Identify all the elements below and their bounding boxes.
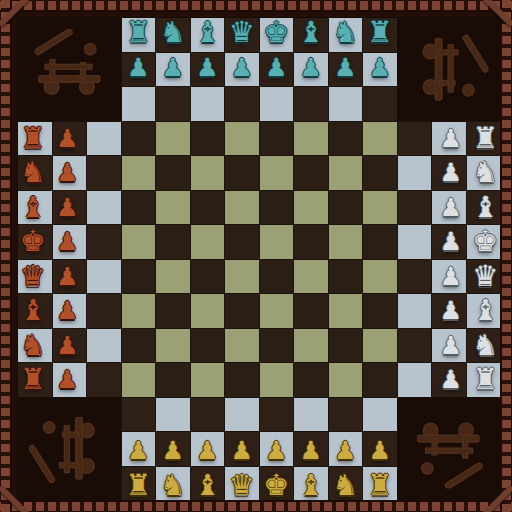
square-r8c0[interactable]: ♝ bbox=[18, 294, 52, 328]
square-r5c8[interactable] bbox=[294, 191, 328, 225]
square-r9c8[interactable] bbox=[294, 329, 328, 363]
square-r8c4[interactable] bbox=[156, 294, 190, 328]
gold-bishop[interactable]: ♝ bbox=[194, 471, 220, 500]
red-knight[interactable]: ♞ bbox=[20, 158, 46, 187]
square-r5c12[interactable]: ♟ bbox=[432, 191, 466, 225]
square-r2c10[interactable] bbox=[363, 87, 397, 121]
square-r8c3[interactable] bbox=[122, 294, 156, 328]
square-r8c1[interactable]: ♟ bbox=[53, 294, 87, 328]
square-r11c3[interactable] bbox=[122, 398, 156, 432]
square-r12c5[interactable]: ♟ bbox=[191, 432, 225, 466]
square-r3c9[interactable] bbox=[329, 122, 363, 156]
corner-decoration-bottom-left bbox=[18, 397, 121, 500]
square-r6c12[interactable]: ♟ bbox=[432, 225, 466, 259]
square-r10c5[interactable] bbox=[191, 363, 225, 397]
gold-knight[interactable]: ♞ bbox=[332, 471, 358, 500]
gold-king[interactable]: ♚ bbox=[263, 471, 289, 500]
square-r4c11[interactable] bbox=[398, 156, 432, 190]
square-r3c7[interactable] bbox=[260, 122, 294, 156]
teal-knight[interactable]: ♞ bbox=[160, 18, 186, 47]
red-pawn[interactable]: ♟ bbox=[56, 264, 78, 289]
red-rook[interactable]: ♜ bbox=[20, 124, 46, 153]
square-r7c0[interactable]: ♛ bbox=[18, 260, 52, 294]
square-r7c2[interactable] bbox=[87, 260, 121, 294]
square-r5c5[interactable] bbox=[191, 191, 225, 225]
square-r5c10[interactable] bbox=[363, 191, 397, 225]
square-r2c8[interactable] bbox=[294, 87, 328, 121]
square-r11c9[interactable] bbox=[329, 398, 363, 432]
square-r6c0[interactable]: ♚ bbox=[18, 225, 52, 259]
square-r8c8[interactable] bbox=[294, 294, 328, 328]
corner-decoration-top-left bbox=[18, 18, 121, 121]
gold-pawn[interactable]: ♟ bbox=[334, 438, 356, 463]
square-r7c1[interactable]: ♟ bbox=[53, 260, 87, 294]
square-r0c9[interactable]: ♞ bbox=[329, 18, 363, 52]
red-knight[interactable]: ♞ bbox=[20, 331, 46, 360]
frame-stud-strip-bottom bbox=[0, 500, 512, 511]
square-r12c8[interactable]: ♟ bbox=[294, 432, 328, 466]
square-r9c10[interactable] bbox=[363, 329, 397, 363]
teal-pawn[interactable]: ♟ bbox=[196, 55, 218, 80]
white-pawn[interactable]: ♟ bbox=[440, 333, 462, 358]
square-r10c11[interactable] bbox=[398, 363, 432, 397]
square-r12c3[interactable]: ♟ bbox=[122, 432, 156, 466]
square-r5c13[interactable]: ♝ bbox=[467, 191, 501, 225]
square-r3c6[interactable] bbox=[225, 122, 259, 156]
square-r0c4[interactable]: ♞ bbox=[156, 18, 190, 52]
square-r13c3[interactable]: ♜ bbox=[122, 467, 156, 501]
teal-pawn[interactable]: ♟ bbox=[265, 55, 287, 80]
teal-bishop[interactable]: ♝ bbox=[298, 18, 324, 47]
gold-pawn[interactable]: ♟ bbox=[265, 438, 287, 463]
square-r4c5[interactable] bbox=[191, 156, 225, 190]
square-r8c10[interactable] bbox=[363, 294, 397, 328]
square-r3c12[interactable]: ♟ bbox=[432, 122, 466, 156]
square-r7c9[interactable] bbox=[329, 260, 363, 294]
white-king[interactable]: ♚ bbox=[472, 227, 498, 256]
square-r11c6[interactable] bbox=[225, 398, 259, 432]
square-r7c6[interactable] bbox=[225, 260, 259, 294]
square-r1c4[interactable]: ♟ bbox=[156, 53, 190, 87]
square-r10c9[interactable] bbox=[329, 363, 363, 397]
frame-stud-strip-left bbox=[1, 0, 12, 512]
square-r9c12[interactable]: ♟ bbox=[432, 329, 466, 363]
gold-rook[interactable]: ♜ bbox=[125, 471, 151, 500]
square-r6c13[interactable]: ♚ bbox=[467, 225, 501, 259]
square-r6c11[interactable] bbox=[398, 225, 432, 259]
red-pawn[interactable]: ♟ bbox=[56, 333, 78, 358]
square-r0c10[interactable]: ♜ bbox=[363, 18, 397, 52]
square-r1c10[interactable]: ♟ bbox=[363, 53, 397, 87]
square-r11c5[interactable] bbox=[191, 398, 225, 432]
square-r11c8[interactable] bbox=[294, 398, 328, 432]
catapult-icon bbox=[29, 408, 110, 489]
square-r10c13[interactable]: ♜ bbox=[467, 363, 501, 397]
white-pawn[interactable]: ♟ bbox=[440, 195, 462, 220]
white-pawn[interactable]: ♟ bbox=[440, 298, 462, 323]
white-bishop[interactable]: ♝ bbox=[472, 296, 498, 325]
square-r0c6[interactable]: ♛ bbox=[225, 18, 259, 52]
gold-knight[interactable]: ♞ bbox=[160, 471, 186, 500]
square-r4c2[interactable] bbox=[87, 156, 121, 190]
square-r9c1[interactable]: ♟ bbox=[53, 329, 87, 363]
square-r10c3[interactable] bbox=[122, 363, 156, 397]
square-r12c6[interactable]: ♟ bbox=[225, 432, 259, 466]
square-r4c7[interactable] bbox=[260, 156, 294, 190]
square-r5c0[interactable]: ♝ bbox=[18, 191, 52, 225]
square-r10c8[interactable] bbox=[294, 363, 328, 397]
gold-pawn[interactable]: ♟ bbox=[231, 438, 253, 463]
teal-pawn[interactable]: ♟ bbox=[369, 55, 391, 80]
square-r5c4[interactable] bbox=[156, 191, 190, 225]
square-r1c9[interactable]: ♟ bbox=[329, 53, 363, 87]
square-r10c7[interactable] bbox=[260, 363, 294, 397]
square-r9c11[interactable] bbox=[398, 329, 432, 363]
chess-board: ♜♞♝♛♚♝♞♜♟♟♟♟♟♟♟♟♜♟♟♜♞♟♟♞♝♟♟♝♚♟♟♚♛♟♟♛♝♟♟♝… bbox=[17, 17, 501, 501]
white-pawn[interactable]: ♟ bbox=[440, 367, 462, 392]
white-bishop[interactable]: ♝ bbox=[472, 193, 498, 222]
square-r13c5[interactable]: ♝ bbox=[191, 467, 225, 501]
square-r9c6[interactable] bbox=[225, 329, 259, 363]
square-r13c6[interactable]: ♛ bbox=[225, 467, 259, 501]
square-r7c8[interactable] bbox=[294, 260, 328, 294]
square-r2c3[interactable] bbox=[122, 87, 156, 121]
square-r9c7[interactable] bbox=[260, 329, 294, 363]
square-r11c7[interactable] bbox=[260, 398, 294, 432]
square-r7c3[interactable] bbox=[122, 260, 156, 294]
square-r10c6[interactable] bbox=[225, 363, 259, 397]
square-r7c5[interactable] bbox=[191, 260, 225, 294]
square-r9c0[interactable]: ♞ bbox=[18, 329, 52, 363]
square-r6c4[interactable] bbox=[156, 225, 190, 259]
square-r4c4[interactable] bbox=[156, 156, 190, 190]
square-r9c3[interactable] bbox=[122, 329, 156, 363]
square-r3c11[interactable] bbox=[398, 122, 432, 156]
square-r0c8[interactable]: ♝ bbox=[294, 18, 328, 52]
square-r7c10[interactable] bbox=[363, 260, 397, 294]
square-r6c2[interactable] bbox=[87, 225, 121, 259]
square-r5c2[interactable] bbox=[87, 191, 121, 225]
square-r10c2[interactable] bbox=[87, 363, 121, 397]
square-r5c7[interactable] bbox=[260, 191, 294, 225]
square-r5c11[interactable] bbox=[398, 191, 432, 225]
square-r8c13[interactable]: ♝ bbox=[467, 294, 501, 328]
white-pawn[interactable]: ♟ bbox=[440, 264, 462, 289]
square-r8c7[interactable] bbox=[260, 294, 294, 328]
red-bishop[interactable]: ♝ bbox=[20, 296, 46, 325]
teal-rook[interactable]: ♜ bbox=[367, 18, 393, 47]
teal-pawn[interactable]: ♟ bbox=[127, 55, 149, 80]
square-r4c9[interactable] bbox=[329, 156, 363, 190]
square-r9c2[interactable] bbox=[87, 329, 121, 363]
square-r0c7[interactable]: ♚ bbox=[260, 18, 294, 52]
square-r9c4[interactable] bbox=[156, 329, 190, 363]
square-r6c6[interactable] bbox=[225, 225, 259, 259]
square-r5c1[interactable]: ♟ bbox=[53, 191, 87, 225]
square-r4c12[interactable]: ♟ bbox=[432, 156, 466, 190]
gold-pawn[interactable]: ♟ bbox=[162, 438, 184, 463]
square-r5c3[interactable] bbox=[122, 191, 156, 225]
square-r3c2[interactable] bbox=[87, 122, 121, 156]
teal-queen[interactable]: ♛ bbox=[229, 18, 255, 47]
square-r6c5[interactable] bbox=[191, 225, 225, 259]
square-r1c6[interactable]: ♟ bbox=[225, 53, 259, 87]
square-r4c6[interactable] bbox=[225, 156, 259, 190]
white-pawn[interactable]: ♟ bbox=[440, 229, 462, 254]
square-r3c3[interactable] bbox=[122, 122, 156, 156]
white-queen[interactable]: ♛ bbox=[472, 262, 498, 291]
square-r6c3[interactable] bbox=[122, 225, 156, 259]
frame-stud-strip-right bbox=[500, 0, 511, 512]
square-r6c7[interactable] bbox=[260, 225, 294, 259]
square-r3c8[interactable] bbox=[294, 122, 328, 156]
square-r6c1[interactable]: ♟ bbox=[53, 225, 87, 259]
red-queen[interactable]: ♛ bbox=[20, 262, 46, 291]
square-r13c9[interactable]: ♞ bbox=[329, 467, 363, 501]
square-r12c9[interactable]: ♟ bbox=[329, 432, 363, 466]
square-r3c0[interactable]: ♜ bbox=[18, 122, 52, 156]
square-r10c1[interactable]: ♟ bbox=[53, 363, 87, 397]
gold-rook[interactable]: ♜ bbox=[367, 471, 393, 500]
square-r10c10[interactable] bbox=[363, 363, 397, 397]
gold-pawn[interactable]: ♟ bbox=[300, 438, 322, 463]
red-pawn[interactable]: ♟ bbox=[56, 298, 78, 323]
square-r3c10[interactable] bbox=[363, 122, 397, 156]
square-r12c4[interactable]: ♟ bbox=[156, 432, 190, 466]
square-r1c5[interactable]: ♟ bbox=[191, 53, 225, 87]
teal-pawn[interactable]: ♟ bbox=[300, 55, 322, 80]
square-r3c1[interactable]: ♟ bbox=[53, 122, 87, 156]
catapult-icon bbox=[408, 29, 489, 110]
square-r8c11[interactable] bbox=[398, 294, 432, 328]
teal-knight[interactable]: ♞ bbox=[332, 18, 358, 47]
square-r2c6[interactable] bbox=[225, 87, 259, 121]
square-r4c0[interactable]: ♞ bbox=[18, 156, 52, 190]
teal-rook[interactable]: ♜ bbox=[125, 18, 151, 47]
square-r9c13[interactable]: ♞ bbox=[467, 329, 501, 363]
teal-bishop[interactable]: ♝ bbox=[194, 18, 220, 47]
square-r13c7[interactable]: ♚ bbox=[260, 467, 294, 501]
square-r2c4[interactable] bbox=[156, 87, 190, 121]
teal-pawn[interactable]: ♟ bbox=[231, 55, 253, 80]
square-r12c10[interactable]: ♟ bbox=[363, 432, 397, 466]
square-r1c3[interactable]: ♟ bbox=[122, 53, 156, 87]
teal-king[interactable]: ♚ bbox=[263, 18, 289, 47]
square-r6c8[interactable] bbox=[294, 225, 328, 259]
red-pawn[interactable]: ♟ bbox=[56, 195, 78, 220]
square-r8c5[interactable] bbox=[191, 294, 225, 328]
square-r8c2[interactable] bbox=[87, 294, 121, 328]
square-r4c10[interactable] bbox=[363, 156, 397, 190]
corner-decoration-bottom-right bbox=[397, 397, 500, 500]
square-r9c5[interactable] bbox=[191, 329, 225, 363]
white-rook[interactable]: ♜ bbox=[472, 124, 498, 153]
white-pawn[interactable]: ♟ bbox=[440, 160, 462, 185]
square-r7c12[interactable]: ♟ bbox=[432, 260, 466, 294]
gold-pawn[interactable]: ♟ bbox=[369, 438, 391, 463]
gold-queen[interactable]: ♛ bbox=[229, 471, 255, 500]
white-knight[interactable]: ♞ bbox=[472, 331, 498, 360]
gold-pawn[interactable]: ♟ bbox=[127, 438, 149, 463]
square-r6c9[interactable] bbox=[329, 225, 363, 259]
square-r13c8[interactable]: ♝ bbox=[294, 467, 328, 501]
red-bishop[interactable]: ♝ bbox=[20, 193, 46, 222]
red-pawn[interactable]: ♟ bbox=[56, 367, 78, 392]
square-r4c8[interactable] bbox=[294, 156, 328, 190]
square-r13c10[interactable]: ♜ bbox=[363, 467, 397, 501]
square-r2c9[interactable] bbox=[329, 87, 363, 121]
gold-bishop[interactable]: ♝ bbox=[298, 471, 324, 500]
square-r6c10[interactable] bbox=[363, 225, 397, 259]
square-r8c9[interactable] bbox=[329, 294, 363, 328]
square-r8c6[interactable] bbox=[225, 294, 259, 328]
red-king[interactable]: ♚ bbox=[20, 227, 46, 256]
gold-pawn[interactable]: ♟ bbox=[196, 438, 218, 463]
square-r4c3[interactable] bbox=[122, 156, 156, 190]
square-r1c7[interactable]: ♟ bbox=[260, 53, 294, 87]
square-r2c7[interactable] bbox=[260, 87, 294, 121]
square-r10c12[interactable]: ♟ bbox=[432, 363, 466, 397]
square-r3c13[interactable]: ♜ bbox=[467, 122, 501, 156]
catapult-icon bbox=[408, 408, 489, 489]
red-pawn[interactable]: ♟ bbox=[56, 229, 78, 254]
red-pawn[interactable]: ♟ bbox=[56, 126, 78, 151]
square-r3c4[interactable] bbox=[156, 122, 190, 156]
square-r11c4[interactable] bbox=[156, 398, 190, 432]
corner-decoration-top-right bbox=[397, 18, 500, 121]
square-r7c13[interactable]: ♛ bbox=[467, 260, 501, 294]
square-r1c8[interactable]: ♟ bbox=[294, 53, 328, 87]
square-r7c11[interactable] bbox=[398, 260, 432, 294]
square-r3c5[interactable] bbox=[191, 122, 225, 156]
square-r7c4[interactable] bbox=[156, 260, 190, 294]
square-r10c4[interactable] bbox=[156, 363, 190, 397]
teal-pawn[interactable]: ♟ bbox=[334, 55, 356, 80]
square-r0c5[interactable]: ♝ bbox=[191, 18, 225, 52]
white-rook[interactable]: ♜ bbox=[472, 365, 498, 394]
square-r8c12[interactable]: ♟ bbox=[432, 294, 466, 328]
teal-pawn[interactable]: ♟ bbox=[162, 55, 184, 80]
frame-stud-strip-top bbox=[0, 1, 512, 12]
white-knight[interactable]: ♞ bbox=[472, 158, 498, 187]
catapult-icon bbox=[29, 29, 110, 110]
square-r9c9[interactable] bbox=[329, 329, 363, 363]
square-r4c1[interactable]: ♟ bbox=[53, 156, 87, 190]
square-r2c5[interactable] bbox=[191, 87, 225, 121]
square-r0c3[interactable]: ♜ bbox=[122, 18, 156, 52]
square-r4c13[interactable]: ♞ bbox=[467, 156, 501, 190]
square-r13c4[interactable]: ♞ bbox=[156, 467, 190, 501]
red-rook[interactable]: ♜ bbox=[20, 365, 46, 394]
square-r5c9[interactable] bbox=[329, 191, 363, 225]
white-pawn[interactable]: ♟ bbox=[440, 126, 462, 151]
red-pawn[interactable]: ♟ bbox=[56, 160, 78, 185]
square-r12c7[interactable]: ♟ bbox=[260, 432, 294, 466]
four-player-chess-app: ♜♞♝♛♚♝♞♜♟♟♟♟♟♟♟♟♜♟♟♜♞♟♟♞♝♟♟♝♚♟♟♚♛♟♟♛♝♟♟♝… bbox=[0, 0, 512, 512]
square-r10c0[interactable]: ♜ bbox=[18, 363, 52, 397]
square-r7c7[interactable] bbox=[260, 260, 294, 294]
square-r5c6[interactable] bbox=[225, 191, 259, 225]
square-r11c10[interactable] bbox=[363, 398, 397, 432]
